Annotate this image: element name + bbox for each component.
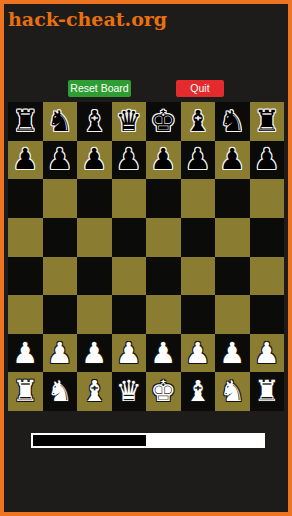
square-g7[interactable]: ♟ xyxy=(215,141,250,180)
black-rook[interactable]: ♜ xyxy=(254,107,280,136)
white-queen[interactable]: ♛ xyxy=(116,377,142,406)
white-bishop[interactable]: ♝ xyxy=(185,377,211,406)
black-rook[interactable]: ♜ xyxy=(12,107,38,136)
square-d3[interactable] xyxy=(112,295,147,334)
square-d5[interactable] xyxy=(112,218,147,257)
square-g2[interactable]: ♟ xyxy=(215,334,250,373)
square-g6[interactable] xyxy=(215,179,250,218)
square-g4[interactable] xyxy=(215,257,250,296)
black-king[interactable]: ♚ xyxy=(150,107,176,136)
square-b2[interactable]: ♟ xyxy=(43,334,78,373)
square-e4[interactable] xyxy=(146,257,181,296)
square-a5[interactable] xyxy=(8,218,43,257)
square-a3[interactable] xyxy=(8,295,43,334)
square-c4[interactable] xyxy=(77,257,112,296)
black-bishop[interactable]: ♝ xyxy=(81,107,107,136)
white-rook[interactable]: ♜ xyxy=(12,377,38,406)
square-e1[interactable]: ♚ xyxy=(146,372,181,411)
square-e8[interactable]: ♚ xyxy=(146,102,181,141)
square-e7[interactable]: ♟ xyxy=(146,141,181,180)
square-h4[interactable] xyxy=(250,257,285,296)
square-c3[interactable] xyxy=(77,295,112,334)
chess-board: ♜♞♝♛♚♝♞♜♟♟♟♟♟♟♟♟♟♟♟♟♟♟♟♟♜♞♝♛♚♝♞♜ xyxy=(8,102,284,411)
white-pawn[interactable]: ♟ xyxy=(81,339,107,368)
square-e5[interactable] xyxy=(146,218,181,257)
white-pawn[interactable]: ♟ xyxy=(185,339,211,368)
square-a4[interactable] xyxy=(8,257,43,296)
square-h2[interactable]: ♟ xyxy=(250,334,285,373)
square-b8[interactable]: ♞ xyxy=(43,102,78,141)
square-h1[interactable]: ♜ xyxy=(250,372,285,411)
square-a7[interactable]: ♟ xyxy=(8,141,43,180)
square-e6[interactable] xyxy=(146,179,181,218)
square-c7[interactable]: ♟ xyxy=(77,141,112,180)
black-pawn[interactable]: ♟ xyxy=(219,145,245,174)
square-d2[interactable]: ♟ xyxy=(112,334,147,373)
square-c5[interactable] xyxy=(77,218,112,257)
white-bishop[interactable]: ♝ xyxy=(81,377,107,406)
square-d1[interactable]: ♛ xyxy=(112,372,147,411)
square-h6[interactable] xyxy=(250,179,285,218)
square-c1[interactable]: ♝ xyxy=(77,372,112,411)
square-g8[interactable]: ♞ xyxy=(215,102,250,141)
quit-button[interactable]: Quit xyxy=(176,80,224,97)
white-pawn[interactable]: ♟ xyxy=(47,339,73,368)
square-h7[interactable]: ♟ xyxy=(250,141,285,180)
black-pawn[interactable]: ♟ xyxy=(47,145,73,174)
square-b7[interactable]: ♟ xyxy=(43,141,78,180)
square-b6[interactable] xyxy=(43,179,78,218)
square-g3[interactable] xyxy=(215,295,250,334)
black-pawn[interactable]: ♟ xyxy=(116,145,142,174)
square-a6[interactable] xyxy=(8,179,43,218)
square-e2[interactable]: ♟ xyxy=(146,334,181,373)
square-e3[interactable] xyxy=(146,295,181,334)
white-pawn[interactable]: ♟ xyxy=(150,339,176,368)
app-screen: hack-cheat.org Reset Board Quit ♜♞♝♛♚♝♞♜… xyxy=(0,0,292,516)
black-knight[interactable]: ♞ xyxy=(47,107,73,136)
black-knight[interactable]: ♞ xyxy=(219,107,245,136)
reset-board-button[interactable]: Reset Board xyxy=(68,80,131,97)
square-b1[interactable]: ♞ xyxy=(43,372,78,411)
white-pawn[interactable]: ♟ xyxy=(116,339,142,368)
progress-fill xyxy=(33,435,146,446)
square-b4[interactable] xyxy=(43,257,78,296)
square-h3[interactable] xyxy=(250,295,285,334)
black-bishop[interactable]: ♝ xyxy=(185,107,211,136)
white-rook[interactable]: ♜ xyxy=(254,377,280,406)
square-c8[interactable]: ♝ xyxy=(77,102,112,141)
square-f2[interactable]: ♟ xyxy=(181,334,216,373)
black-pawn[interactable]: ♟ xyxy=(150,145,176,174)
square-f5[interactable] xyxy=(181,218,216,257)
white-pawn[interactable]: ♟ xyxy=(12,339,38,368)
black-queen[interactable]: ♛ xyxy=(116,107,142,136)
white-king[interactable]: ♚ xyxy=(150,377,176,406)
square-c2[interactable]: ♟ xyxy=(77,334,112,373)
square-f6[interactable] xyxy=(181,179,216,218)
white-pawn[interactable]: ♟ xyxy=(219,339,245,368)
square-c6[interactable] xyxy=(77,179,112,218)
white-pawn[interactable]: ♟ xyxy=(254,339,280,368)
square-g5[interactable] xyxy=(215,218,250,257)
square-b5[interactable] xyxy=(43,218,78,257)
square-f7[interactable]: ♟ xyxy=(181,141,216,180)
square-f8[interactable]: ♝ xyxy=(181,102,216,141)
black-pawn[interactable]: ♟ xyxy=(254,145,280,174)
square-a1[interactable]: ♜ xyxy=(8,372,43,411)
square-f3[interactable] xyxy=(181,295,216,334)
square-d8[interactable]: ♛ xyxy=(112,102,147,141)
white-knight[interactable]: ♞ xyxy=(47,377,73,406)
square-h5[interactable] xyxy=(250,218,285,257)
square-d7[interactable]: ♟ xyxy=(112,141,147,180)
black-pawn[interactable]: ♟ xyxy=(81,145,107,174)
square-d6[interactable] xyxy=(112,179,147,218)
square-a2[interactable]: ♟ xyxy=(8,334,43,373)
progress-bar xyxy=(31,433,265,448)
black-pawn[interactable]: ♟ xyxy=(185,145,211,174)
square-a8[interactable]: ♜ xyxy=(8,102,43,141)
white-knight[interactable]: ♞ xyxy=(219,377,245,406)
square-f1[interactable]: ♝ xyxy=(181,372,216,411)
black-pawn[interactable]: ♟ xyxy=(12,145,38,174)
square-g1[interactable]: ♞ xyxy=(215,372,250,411)
square-d4[interactable] xyxy=(112,257,147,296)
square-h8[interactable]: ♜ xyxy=(250,102,285,141)
watermark-title: hack-cheat.org xyxy=(8,8,167,30)
square-f4[interactable] xyxy=(181,257,216,296)
square-b3[interactable] xyxy=(43,295,78,334)
